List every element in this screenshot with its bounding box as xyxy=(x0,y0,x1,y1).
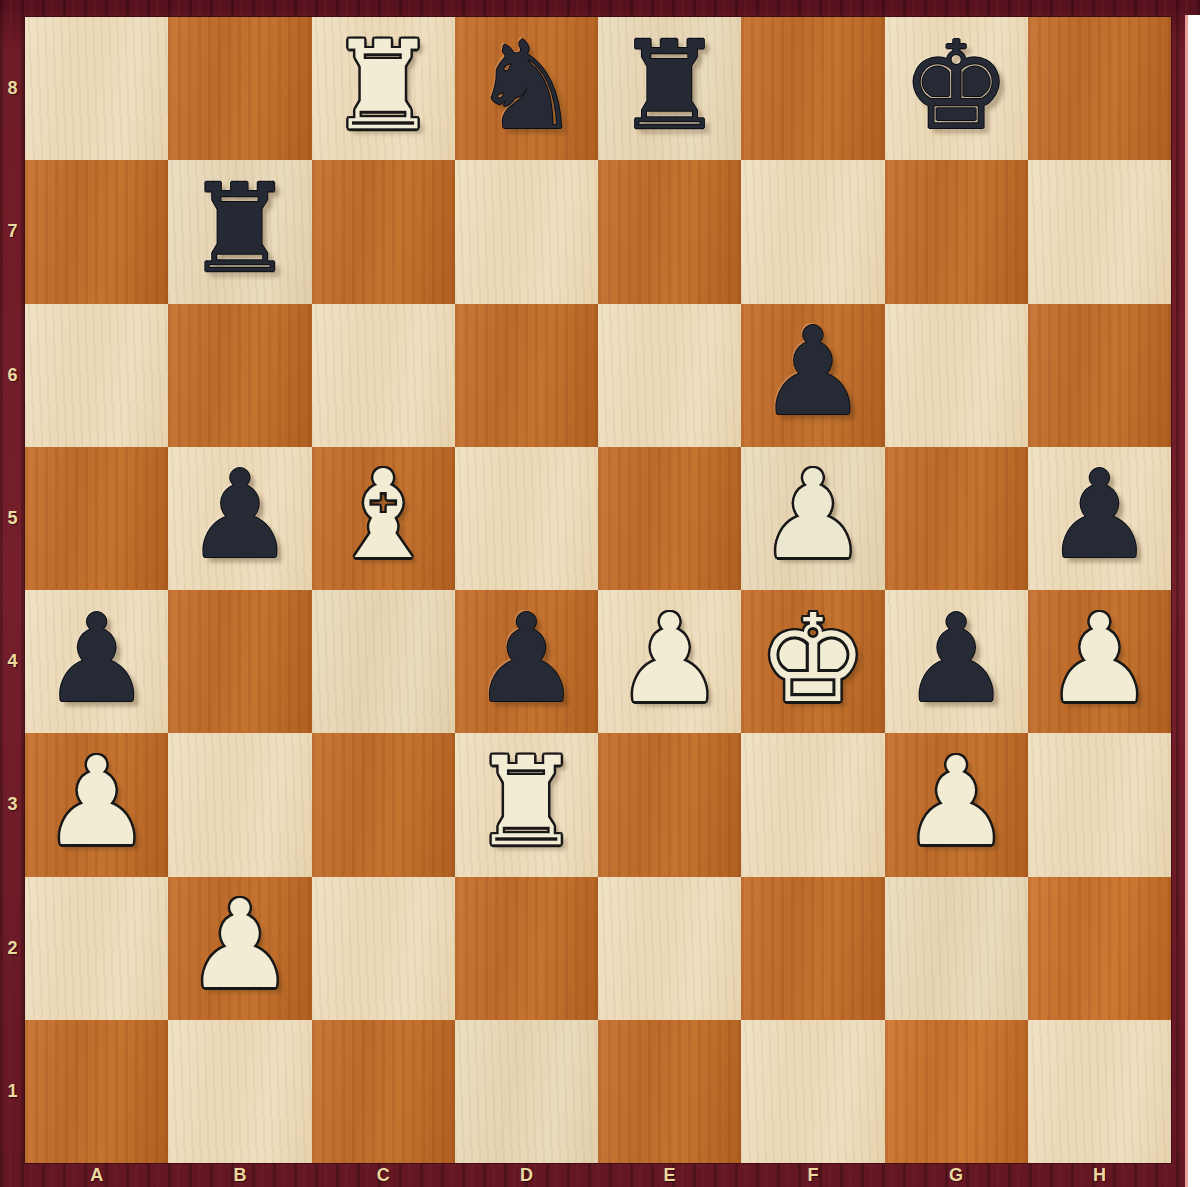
white-king-f4[interactable]: ♚ xyxy=(758,598,867,720)
square-c4[interactable] xyxy=(312,590,455,733)
rank-label-1: 1 xyxy=(0,1020,25,1163)
square-c1[interactable] xyxy=(312,1020,455,1163)
square-g6[interactable] xyxy=(885,304,1028,447)
white-pawn-g3[interactable]: ♟ xyxy=(901,741,1010,863)
black-rook-e8[interactable]: ♜ xyxy=(615,25,724,147)
scan-edge-artifact xyxy=(1185,15,1200,1187)
square-h3[interactable] xyxy=(1028,733,1171,876)
file-label-h: H xyxy=(1028,1163,1171,1187)
file-label-c: C xyxy=(312,1163,455,1187)
square-a7[interactable] xyxy=(25,160,168,303)
square-g4[interactable]: ♟ xyxy=(885,590,1028,733)
file-label-g: G xyxy=(885,1163,1028,1187)
rank-label-2: 2 xyxy=(0,877,25,1020)
file-labels: ABCDEFGH xyxy=(25,1163,1171,1187)
white-pawn-a3[interactable]: ♟ xyxy=(42,741,151,863)
file-label-a: A xyxy=(25,1163,168,1187)
white-bishop-c5[interactable]: ♝ xyxy=(328,454,437,576)
white-pawn-e4[interactable]: ♟ xyxy=(615,598,724,720)
square-b3[interactable] xyxy=(168,733,311,876)
square-g7[interactable] xyxy=(885,160,1028,303)
square-f3[interactable] xyxy=(741,733,884,876)
rank-label-3: 3 xyxy=(0,733,25,876)
rank-label-4: 4 xyxy=(0,590,25,733)
square-a5[interactable] xyxy=(25,447,168,590)
square-h4[interactable]: ♟ xyxy=(1028,590,1171,733)
square-a2[interactable] xyxy=(25,877,168,1020)
square-b1[interactable] xyxy=(168,1020,311,1163)
black-rook-b7[interactable]: ♜ xyxy=(185,168,294,290)
square-a1[interactable] xyxy=(25,1020,168,1163)
rank-label-7: 7 xyxy=(0,160,25,303)
square-b4[interactable] xyxy=(168,590,311,733)
square-e5[interactable] xyxy=(598,447,741,590)
black-king-g8[interactable]: ♚ xyxy=(901,25,1010,147)
square-a4[interactable]: ♟ xyxy=(25,590,168,733)
square-g8[interactable]: ♚ xyxy=(885,17,1028,160)
square-c7[interactable] xyxy=(312,160,455,303)
square-a3[interactable]: ♟ xyxy=(25,733,168,876)
black-pawn-g4[interactable]: ♟ xyxy=(901,598,1010,720)
square-e3[interactable] xyxy=(598,733,741,876)
square-e7[interactable] xyxy=(598,160,741,303)
square-c2[interactable] xyxy=(312,877,455,1020)
square-d7[interactable] xyxy=(455,160,598,303)
white-pawn-f5[interactable]: ♟ xyxy=(758,454,867,576)
chess-board: ♜♞♜♚♜♟♟♝♟♟♟♟♟♚♟♟♟♜♟♟ xyxy=(25,17,1171,1163)
square-e4[interactable]: ♟ xyxy=(598,590,741,733)
square-g5[interactable] xyxy=(885,447,1028,590)
square-g2[interactable] xyxy=(885,877,1028,1020)
square-d3[interactable]: ♜ xyxy=(455,733,598,876)
rank-label-5: 5 xyxy=(0,447,25,590)
chess-diagram: 87654321 ♜♞♜♚♜♟♟♝♟♟♟♟♟♚♟♟♟♜♟♟ ABCDEFGH xyxy=(0,0,1200,1187)
white-rook-d3[interactable]: ♜ xyxy=(472,741,581,863)
square-f7[interactable] xyxy=(741,160,884,303)
square-e2[interactable] xyxy=(598,877,741,1020)
square-c3[interactable] xyxy=(312,733,455,876)
black-pawn-d4[interactable]: ♟ xyxy=(472,598,581,720)
square-b6[interactable] xyxy=(168,304,311,447)
square-e1[interactable] xyxy=(598,1020,741,1163)
square-e6[interactable] xyxy=(598,304,741,447)
square-c5[interactable]: ♝ xyxy=(312,447,455,590)
square-c8[interactable]: ♜ xyxy=(312,17,455,160)
black-pawn-a4[interactable]: ♟ xyxy=(42,598,151,720)
file-label-e: E xyxy=(598,1163,741,1187)
square-b8[interactable] xyxy=(168,17,311,160)
square-g3[interactable]: ♟ xyxy=(885,733,1028,876)
square-c6[interactable] xyxy=(312,304,455,447)
square-f4[interactable]: ♚ xyxy=(741,590,884,733)
square-b7[interactable]: ♜ xyxy=(168,160,311,303)
square-e8[interactable]: ♜ xyxy=(598,17,741,160)
white-pawn-b2[interactable]: ♟ xyxy=(185,884,294,1006)
square-g1[interactable] xyxy=(885,1020,1028,1163)
square-a6[interactable] xyxy=(25,304,168,447)
square-d4[interactable]: ♟ xyxy=(455,590,598,733)
square-d5[interactable] xyxy=(455,447,598,590)
square-d8[interactable]: ♞ xyxy=(455,17,598,160)
square-f1[interactable] xyxy=(741,1020,884,1163)
square-h5[interactable]: ♟ xyxy=(1028,447,1171,590)
rank-label-8: 8 xyxy=(0,17,25,160)
square-d6[interactable] xyxy=(455,304,598,447)
square-a8[interactable] xyxy=(25,17,168,160)
square-d2[interactable] xyxy=(455,877,598,1020)
white-pawn-h4[interactable]: ♟ xyxy=(1045,598,1154,720)
square-h1[interactable] xyxy=(1028,1020,1171,1163)
square-d1[interactable] xyxy=(455,1020,598,1163)
file-label-d: D xyxy=(455,1163,598,1187)
file-label-f: F xyxy=(741,1163,884,1187)
black-pawn-f6[interactable]: ♟ xyxy=(758,311,867,433)
black-knight-d8[interactable]: ♞ xyxy=(472,25,581,147)
black-pawn-h5[interactable]: ♟ xyxy=(1045,454,1154,576)
square-f2[interactable] xyxy=(741,877,884,1020)
square-f6[interactable]: ♟ xyxy=(741,304,884,447)
square-h7[interactable] xyxy=(1028,160,1171,303)
square-h6[interactable] xyxy=(1028,304,1171,447)
square-h2[interactable] xyxy=(1028,877,1171,1020)
square-f8[interactable] xyxy=(741,17,884,160)
white-rook-c8[interactable]: ♜ xyxy=(328,25,437,147)
black-pawn-b5[interactable]: ♟ xyxy=(185,454,294,576)
square-b5[interactable]: ♟ xyxy=(168,447,311,590)
square-b2[interactable]: ♟ xyxy=(168,877,311,1020)
square-f5[interactable]: ♟ xyxy=(741,447,884,590)
file-label-b: B xyxy=(168,1163,311,1187)
rank-labels: 87654321 xyxy=(0,17,25,1163)
square-h8[interactable] xyxy=(1028,17,1171,160)
rank-label-6: 6 xyxy=(0,304,25,447)
